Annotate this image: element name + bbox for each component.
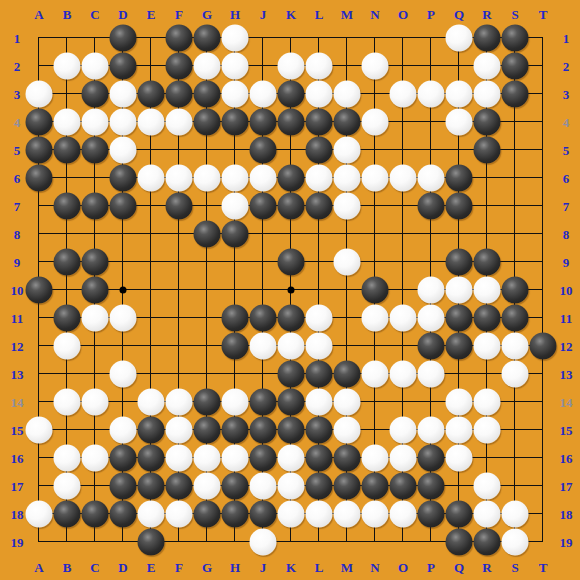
col-label-bottom-M: M bbox=[341, 561, 353, 574]
stone-black-G1[interactable] bbox=[193, 24, 220, 51]
stone-white-D13[interactable] bbox=[109, 360, 136, 387]
stone-white-M6[interactable] bbox=[333, 164, 360, 191]
stone-white-F14[interactable] bbox=[165, 388, 192, 415]
col-label-top-H: H bbox=[230, 8, 240, 21]
stone-white-G17[interactable] bbox=[193, 472, 220, 499]
col-label-bottom-L: L bbox=[315, 561, 324, 574]
stone-black-K9[interactable] bbox=[277, 248, 304, 275]
col-label-bottom-J: J bbox=[260, 561, 267, 574]
stone-black-E16[interactable] bbox=[137, 444, 164, 471]
stone-white-K12[interactable] bbox=[277, 332, 304, 359]
row-label-left-19: 19 bbox=[11, 536, 24, 549]
stone-white-E18[interactable] bbox=[137, 500, 164, 527]
stone-black-C5[interactable] bbox=[81, 136, 108, 163]
stone-white-E14[interactable] bbox=[137, 388, 164, 415]
stone-black-T12[interactable] bbox=[529, 332, 556, 359]
stone-white-J3[interactable] bbox=[249, 80, 276, 107]
stone-black-H12[interactable] bbox=[221, 332, 248, 359]
col-label-top-O: O bbox=[398, 8, 408, 21]
stone-black-N10[interactable] bbox=[361, 276, 388, 303]
stone-white-O15[interactable] bbox=[389, 416, 416, 443]
stone-white-K18[interactable] bbox=[277, 500, 304, 527]
row-label-left-13: 13 bbox=[11, 368, 24, 381]
stone-white-O18[interactable] bbox=[389, 500, 416, 527]
stone-black-J15[interactable] bbox=[249, 416, 276, 443]
stone-white-C16[interactable] bbox=[81, 444, 108, 471]
stone-black-L7[interactable] bbox=[305, 192, 332, 219]
stone-black-F2[interactable] bbox=[165, 52, 192, 79]
col-label-bottom-H: H bbox=[230, 561, 240, 574]
row-label-right-3: 3 bbox=[563, 88, 570, 101]
stone-white-R10[interactable] bbox=[473, 276, 500, 303]
stone-white-R12[interactable] bbox=[473, 332, 500, 359]
stone-black-S1[interactable] bbox=[501, 24, 528, 51]
stone-white-L12[interactable] bbox=[305, 332, 332, 359]
row-label-right-4: 4 bbox=[563, 116, 570, 129]
stone-black-H17[interactable] bbox=[221, 472, 248, 499]
stone-black-C7[interactable] bbox=[81, 192, 108, 219]
stone-black-D2[interactable] bbox=[109, 52, 136, 79]
stone-white-J12[interactable] bbox=[249, 332, 276, 359]
grid-line-vertical bbox=[542, 37, 543, 542]
stone-white-A18[interactable] bbox=[25, 500, 52, 527]
stone-white-M5[interactable] bbox=[333, 136, 360, 163]
col-label-bottom-K: K bbox=[286, 561, 296, 574]
stone-black-A5[interactable] bbox=[25, 136, 52, 163]
row-label-left-15: 15 bbox=[11, 424, 24, 437]
stone-black-B5[interactable] bbox=[53, 136, 80, 163]
stone-black-M17[interactable] bbox=[333, 472, 360, 499]
row-label-right-19: 19 bbox=[560, 536, 573, 549]
col-label-top-S: S bbox=[511, 8, 518, 21]
stone-white-P11[interactable] bbox=[417, 304, 444, 331]
stone-white-N4[interactable] bbox=[361, 108, 388, 135]
row-label-left-16: 16 bbox=[11, 452, 24, 465]
row-label-left-9: 9 bbox=[14, 256, 21, 269]
col-label-bottom-G: G bbox=[202, 561, 212, 574]
col-label-bottom-B: B bbox=[63, 561, 72, 574]
stone-white-M3[interactable] bbox=[333, 80, 360, 107]
stone-black-K11[interactable] bbox=[277, 304, 304, 331]
stone-white-Q15[interactable] bbox=[445, 416, 472, 443]
stone-black-R19[interactable] bbox=[473, 528, 500, 555]
stone-white-O3[interactable] bbox=[389, 80, 416, 107]
stone-white-B4[interactable] bbox=[53, 108, 80, 135]
stone-white-S19[interactable] bbox=[501, 528, 528, 555]
row-label-right-13: 13 bbox=[560, 368, 573, 381]
col-label-bottom-N: N bbox=[370, 561, 379, 574]
stone-white-Q1[interactable] bbox=[445, 24, 472, 51]
stone-white-L3[interactable] bbox=[305, 80, 332, 107]
stone-white-L2[interactable] bbox=[305, 52, 332, 79]
row-label-right-12: 12 bbox=[560, 340, 573, 353]
stone-black-N17[interactable] bbox=[361, 472, 388, 499]
stone-black-D18[interactable] bbox=[109, 500, 136, 527]
stone-black-A10[interactable] bbox=[25, 276, 52, 303]
stone-black-H18[interactable] bbox=[221, 500, 248, 527]
stone-white-Q10[interactable] bbox=[445, 276, 472, 303]
stone-white-B17[interactable] bbox=[53, 472, 80, 499]
stone-black-L16[interactable] bbox=[305, 444, 332, 471]
stone-white-F15[interactable] bbox=[165, 416, 192, 443]
col-label-top-L: L bbox=[315, 8, 324, 21]
row-label-left-8: 8 bbox=[14, 228, 21, 241]
stone-black-M13[interactable] bbox=[333, 360, 360, 387]
stone-white-D5[interactable] bbox=[109, 136, 136, 163]
stone-black-A4[interactable] bbox=[25, 108, 52, 135]
stone-black-E19[interactable] bbox=[137, 528, 164, 555]
stone-black-L13[interactable] bbox=[305, 360, 332, 387]
stone-white-N6[interactable] bbox=[361, 164, 388, 191]
stone-black-P7[interactable] bbox=[417, 192, 444, 219]
col-label-top-Q: Q bbox=[454, 8, 464, 21]
stone-black-Q9[interactable] bbox=[445, 248, 472, 275]
col-label-top-B: B bbox=[63, 8, 72, 21]
stone-white-O11[interactable] bbox=[389, 304, 416, 331]
stone-black-L17[interactable] bbox=[305, 472, 332, 499]
row-label-left-18: 18 bbox=[11, 508, 24, 521]
stone-white-P15[interactable] bbox=[417, 416, 444, 443]
col-label-top-D: D bbox=[118, 8, 127, 21]
stone-white-P6[interactable] bbox=[417, 164, 444, 191]
stone-black-E3[interactable] bbox=[137, 80, 164, 107]
stone-white-P10[interactable] bbox=[417, 276, 444, 303]
stone-white-M18[interactable] bbox=[333, 500, 360, 527]
stone-white-P3[interactable] bbox=[417, 80, 444, 107]
stone-black-S2[interactable] bbox=[501, 52, 528, 79]
row-label-right-17: 17 bbox=[560, 480, 573, 493]
col-label-bottom-D: D bbox=[118, 561, 127, 574]
stone-black-D1[interactable] bbox=[109, 24, 136, 51]
stone-white-M15[interactable] bbox=[333, 416, 360, 443]
stone-white-O16[interactable] bbox=[389, 444, 416, 471]
stone-black-P17[interactable] bbox=[417, 472, 444, 499]
stone-black-F1[interactable] bbox=[165, 24, 192, 51]
stone-black-Q7[interactable] bbox=[445, 192, 472, 219]
stone-black-H4[interactable] bbox=[221, 108, 248, 135]
stone-white-L6[interactable] bbox=[305, 164, 332, 191]
row-label-right-7: 7 bbox=[563, 200, 570, 213]
stone-white-M9[interactable] bbox=[333, 248, 360, 275]
col-label-bottom-F: F bbox=[175, 561, 183, 574]
stone-white-J19[interactable] bbox=[249, 528, 276, 555]
stone-white-N13[interactable] bbox=[361, 360, 388, 387]
stone-black-K14[interactable] bbox=[277, 388, 304, 415]
stone-white-F18[interactable] bbox=[165, 500, 192, 527]
stone-white-K16[interactable] bbox=[277, 444, 304, 471]
stone-white-D15[interactable] bbox=[109, 416, 136, 443]
row-label-right-6: 6 bbox=[563, 172, 570, 185]
stone-white-P13[interactable] bbox=[417, 360, 444, 387]
stone-black-S11[interactable] bbox=[501, 304, 528, 331]
stone-white-D3[interactable] bbox=[109, 80, 136, 107]
row-label-right-2: 2 bbox=[563, 60, 570, 73]
stone-black-S10[interactable] bbox=[501, 276, 528, 303]
stone-white-K17[interactable] bbox=[277, 472, 304, 499]
stone-white-F4[interactable] bbox=[165, 108, 192, 135]
stone-white-N2[interactable] bbox=[361, 52, 388, 79]
stone-black-G15[interactable] bbox=[193, 416, 220, 443]
stone-white-S18[interactable] bbox=[501, 500, 528, 527]
stone-black-P16[interactable] bbox=[417, 444, 444, 471]
stone-black-L4[interactable] bbox=[305, 108, 332, 135]
stone-black-R1[interactable] bbox=[473, 24, 500, 51]
col-label-bottom-O: O bbox=[398, 561, 408, 574]
star-point bbox=[287, 286, 294, 293]
stone-white-H14[interactable] bbox=[221, 388, 248, 415]
stone-white-H16[interactable] bbox=[221, 444, 248, 471]
stone-white-B14[interactable] bbox=[53, 388, 80, 415]
stone-black-K7[interactable] bbox=[277, 192, 304, 219]
stone-white-B2[interactable] bbox=[53, 52, 80, 79]
col-label-top-P: P bbox=[427, 8, 435, 21]
col-label-top-F: F bbox=[175, 8, 183, 21]
row-label-left-10: 10 bbox=[11, 284, 24, 297]
stone-black-C10[interactable] bbox=[81, 276, 108, 303]
stone-black-K13[interactable] bbox=[277, 360, 304, 387]
row-label-left-12: 12 bbox=[11, 340, 24, 353]
stone-white-M7[interactable] bbox=[333, 192, 360, 219]
row-label-left-2: 2 bbox=[14, 60, 21, 73]
stone-white-R3[interactable] bbox=[473, 80, 500, 107]
stone-white-F6[interactable] bbox=[165, 164, 192, 191]
row-label-right-18: 18 bbox=[560, 508, 573, 521]
stone-white-S12[interactable] bbox=[501, 332, 528, 359]
stone-white-C4[interactable] bbox=[81, 108, 108, 135]
stone-black-F7[interactable] bbox=[165, 192, 192, 219]
stone-black-S3[interactable] bbox=[501, 80, 528, 107]
stone-white-H7[interactable] bbox=[221, 192, 248, 219]
stone-black-D7[interactable] bbox=[109, 192, 136, 219]
stone-white-J6[interactable] bbox=[249, 164, 276, 191]
go-board: AABBCCDDEEFFGGHHJJKKLLMMNNOOPPQQRRSSTT11… bbox=[0, 0, 580, 580]
col-label-top-C: C bbox=[90, 8, 99, 21]
col-label-bottom-P: P bbox=[427, 561, 435, 574]
row-label-left-14: 14 bbox=[11, 396, 24, 409]
col-label-top-K: K bbox=[286, 8, 296, 21]
col-label-bottom-E: E bbox=[147, 561, 156, 574]
stone-black-Q6[interactable] bbox=[445, 164, 472, 191]
stone-white-C14[interactable] bbox=[81, 388, 108, 415]
col-label-top-A: A bbox=[34, 8, 43, 21]
stone-black-B11[interactable] bbox=[53, 304, 80, 331]
row-label-left-1: 1 bbox=[14, 32, 21, 45]
stone-black-J5[interactable] bbox=[249, 136, 276, 163]
stone-black-J14[interactable] bbox=[249, 388, 276, 415]
stone-white-N18[interactable] bbox=[361, 500, 388, 527]
stone-white-R2[interactable] bbox=[473, 52, 500, 79]
stone-black-K3[interactable] bbox=[277, 80, 304, 107]
stone-black-R5[interactable] bbox=[473, 136, 500, 163]
stone-white-R15[interactable] bbox=[473, 416, 500, 443]
stone-white-S13[interactable] bbox=[501, 360, 528, 387]
stone-white-N11[interactable] bbox=[361, 304, 388, 331]
stone-black-G14[interactable] bbox=[193, 388, 220, 415]
stone-black-P12[interactable] bbox=[417, 332, 444, 359]
stone-black-J7[interactable] bbox=[249, 192, 276, 219]
stone-white-R14[interactable] bbox=[473, 388, 500, 415]
col-label-bottom-S: S bbox=[511, 561, 518, 574]
stone-white-L11[interactable] bbox=[305, 304, 332, 331]
stone-black-Q11[interactable] bbox=[445, 304, 472, 331]
stone-black-C9[interactable] bbox=[81, 248, 108, 275]
stone-black-R9[interactable] bbox=[473, 248, 500, 275]
row-label-left-5: 5 bbox=[14, 144, 21, 157]
stone-black-G8[interactable] bbox=[193, 220, 220, 247]
stone-white-B16[interactable] bbox=[53, 444, 80, 471]
stone-white-O6[interactable] bbox=[389, 164, 416, 191]
stone-black-H11[interactable] bbox=[221, 304, 248, 331]
stone-black-C18[interactable] bbox=[81, 500, 108, 527]
stone-black-K15[interactable] bbox=[277, 416, 304, 443]
stone-black-D16[interactable] bbox=[109, 444, 136, 471]
stone-black-K6[interactable] bbox=[277, 164, 304, 191]
row-label-right-14: 14 bbox=[560, 396, 573, 409]
col-label-top-E: E bbox=[147, 8, 156, 21]
col-label-top-G: G bbox=[202, 8, 212, 21]
col-label-top-R: R bbox=[482, 8, 491, 21]
stone-white-R17[interactable] bbox=[473, 472, 500, 499]
stone-black-O17[interactable] bbox=[389, 472, 416, 499]
stone-black-B9[interactable] bbox=[53, 248, 80, 275]
row-label-right-11: 11 bbox=[560, 312, 572, 325]
row-label-right-9: 9 bbox=[563, 256, 570, 269]
col-label-top-M: M bbox=[341, 8, 353, 21]
stone-black-D17[interactable] bbox=[109, 472, 136, 499]
stone-white-G16[interactable] bbox=[193, 444, 220, 471]
row-label-left-3: 3 bbox=[14, 88, 21, 101]
stone-black-K4[interactable] bbox=[277, 108, 304, 135]
col-label-bottom-T: T bbox=[539, 561, 548, 574]
stone-black-Q19[interactable] bbox=[445, 528, 472, 555]
stone-black-J18[interactable] bbox=[249, 500, 276, 527]
stone-black-B7[interactable] bbox=[53, 192, 80, 219]
stone-white-D11[interactable] bbox=[109, 304, 136, 331]
row-label-left-17: 17 bbox=[11, 480, 24, 493]
stone-white-L18[interactable] bbox=[305, 500, 332, 527]
row-label-left-4: 4 bbox=[14, 116, 21, 129]
stone-black-Q18[interactable] bbox=[445, 500, 472, 527]
stone-black-R11[interactable] bbox=[473, 304, 500, 331]
row-label-right-16: 16 bbox=[560, 452, 573, 465]
stone-white-O13[interactable] bbox=[389, 360, 416, 387]
row-label-right-5: 5 bbox=[563, 144, 570, 157]
stone-black-L15[interactable] bbox=[305, 416, 332, 443]
stone-black-M4[interactable] bbox=[333, 108, 360, 135]
stone-black-Q12[interactable] bbox=[445, 332, 472, 359]
stone-white-C11[interactable] bbox=[81, 304, 108, 331]
stone-black-E17[interactable] bbox=[137, 472, 164, 499]
stone-white-R18[interactable] bbox=[473, 500, 500, 527]
stone-white-B12[interactable] bbox=[53, 332, 80, 359]
stone-white-C2[interactable] bbox=[81, 52, 108, 79]
row-label-left-7: 7 bbox=[14, 200, 21, 213]
row-label-right-1: 1 bbox=[563, 32, 570, 45]
stone-white-A15[interactable] bbox=[25, 416, 52, 443]
stone-black-F3[interactable] bbox=[165, 80, 192, 107]
stone-white-E4[interactable] bbox=[137, 108, 164, 135]
stone-black-A6[interactable] bbox=[25, 164, 52, 191]
stone-white-Q14[interactable] bbox=[445, 388, 472, 415]
row-label-right-15: 15 bbox=[560, 424, 573, 437]
col-label-bottom-Q: Q bbox=[454, 561, 464, 574]
row-label-left-6: 6 bbox=[14, 172, 21, 185]
col-label-top-J: J bbox=[260, 8, 267, 21]
stone-white-H6[interactable] bbox=[221, 164, 248, 191]
col-label-bottom-A: A bbox=[34, 561, 43, 574]
row-label-right-8: 8 bbox=[563, 228, 570, 241]
stone-white-N16[interactable] bbox=[361, 444, 388, 471]
stone-black-M16[interactable] bbox=[333, 444, 360, 471]
stone-black-P18[interactable] bbox=[417, 500, 444, 527]
stone-black-L5[interactable] bbox=[305, 136, 332, 163]
stone-white-Q16[interactable] bbox=[445, 444, 472, 471]
row-label-left-11: 11 bbox=[11, 312, 23, 325]
stone-black-J11[interactable] bbox=[249, 304, 276, 331]
stone-white-G6[interactable] bbox=[193, 164, 220, 191]
col-label-bottom-C: C bbox=[90, 561, 99, 574]
stone-black-R4[interactable] bbox=[473, 108, 500, 135]
stone-black-G3[interactable] bbox=[193, 80, 220, 107]
stone-white-F16[interactable] bbox=[165, 444, 192, 471]
stone-black-F17[interactable] bbox=[165, 472, 192, 499]
stone-black-C3[interactable] bbox=[81, 80, 108, 107]
stone-black-J4[interactable] bbox=[249, 108, 276, 135]
stone-white-H3[interactable] bbox=[221, 80, 248, 107]
stone-white-L14[interactable] bbox=[305, 388, 332, 415]
stone-white-Q4[interactable] bbox=[445, 108, 472, 135]
stone-white-J17[interactable] bbox=[249, 472, 276, 499]
stone-black-E15[interactable] bbox=[137, 416, 164, 443]
stone-white-D4[interactable] bbox=[109, 108, 136, 135]
stone-white-H1[interactable] bbox=[221, 24, 248, 51]
col-label-bottom-R: R bbox=[482, 561, 491, 574]
stone-white-Q3[interactable] bbox=[445, 80, 472, 107]
stone-black-B18[interactable] bbox=[53, 500, 80, 527]
stone-black-D6[interactable] bbox=[109, 164, 136, 191]
col-label-top-N: N bbox=[370, 8, 379, 21]
stone-white-E6[interactable] bbox=[137, 164, 164, 191]
col-label-top-T: T bbox=[539, 8, 548, 21]
stone-black-H15[interactable] bbox=[221, 416, 248, 443]
stone-black-H8[interactable] bbox=[221, 220, 248, 247]
stone-white-H2[interactable] bbox=[221, 52, 248, 79]
star-point bbox=[119, 286, 126, 293]
stone-white-G2[interactable] bbox=[193, 52, 220, 79]
row-label-right-10: 10 bbox=[560, 284, 573, 297]
stone-white-A3[interactable] bbox=[25, 80, 52, 107]
stone-black-G18[interactable] bbox=[193, 500, 220, 527]
stone-white-M14[interactable] bbox=[333, 388, 360, 415]
stone-black-G4[interactable] bbox=[193, 108, 220, 135]
stone-white-K2[interactable] bbox=[277, 52, 304, 79]
stone-black-J16[interactable] bbox=[249, 444, 276, 471]
